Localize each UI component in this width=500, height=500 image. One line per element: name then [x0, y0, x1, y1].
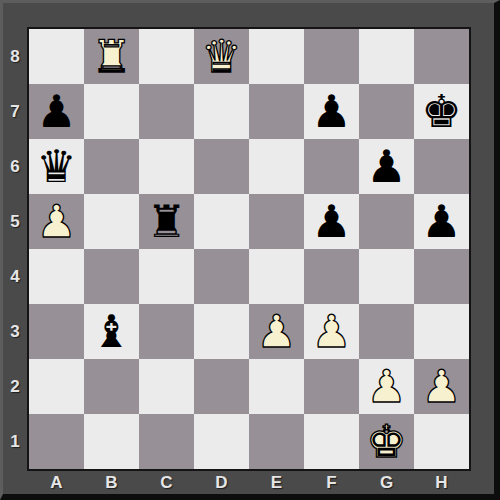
square-f6[interactable] — [304, 139, 359, 194]
square-b7[interactable] — [84, 84, 139, 139]
square-c2[interactable] — [139, 359, 194, 414]
square-h1[interactable] — [414, 414, 469, 469]
square-a6[interactable]: ♛ — [29, 139, 84, 194]
square-a8[interactable] — [29, 29, 84, 84]
square-e2[interactable] — [249, 359, 304, 414]
square-g7[interactable] — [359, 84, 414, 139]
square-f7[interactable]: ♟ — [304, 84, 359, 139]
square-f8[interactable] — [304, 29, 359, 84]
white-pawn[interactable]: ♟ — [421, 359, 461, 414]
black-pawn[interactable]: ♟ — [366, 139, 406, 194]
black-rook[interactable]: ♜ — [146, 194, 186, 249]
white-pawn[interactable]: ♟ — [256, 304, 296, 359]
rank-labels: 87654321 — [3, 29, 27, 469]
file-label-c: C — [139, 471, 194, 494]
rank-label-3: 3 — [3, 304, 27, 359]
square-f2[interactable] — [304, 359, 359, 414]
chess-diagram: 87654321 ABCDEFGH ♜♛♟♟♚♛♟♟♜♟♟♝♟♟♟♟♚ — [0, 0, 500, 500]
file-label-f: F — [304, 471, 359, 494]
square-b1[interactable] — [84, 414, 139, 469]
square-d8[interactable]: ♛ — [194, 29, 249, 84]
rank-label-1: 1 — [3, 414, 27, 469]
black-queen[interactable]: ♛ — [36, 139, 76, 194]
square-a2[interactable] — [29, 359, 84, 414]
square-d6[interactable] — [194, 139, 249, 194]
chess-board: ♜♛♟♟♚♛♟♟♜♟♟♝♟♟♟♟♚ — [27, 27, 471, 471]
black-pawn[interactable]: ♟ — [311, 194, 351, 249]
square-c8[interactable] — [139, 29, 194, 84]
black-king[interactable]: ♚ — [421, 84, 461, 139]
square-h4[interactable] — [414, 249, 469, 304]
square-c6[interactable] — [139, 139, 194, 194]
file-label-d: D — [194, 471, 249, 494]
square-e5[interactable] — [249, 194, 304, 249]
square-f3[interactable]: ♟ — [304, 304, 359, 359]
rank-label-7: 7 — [3, 84, 27, 139]
square-e4[interactable] — [249, 249, 304, 304]
file-label-a: A — [29, 471, 84, 494]
square-a1[interactable] — [29, 414, 84, 469]
square-b5[interactable] — [84, 194, 139, 249]
white-rook[interactable]: ♜ — [91, 29, 131, 84]
black-pawn[interactable]: ♟ — [421, 194, 461, 249]
square-h8[interactable] — [414, 29, 469, 84]
square-a7[interactable]: ♟ — [29, 84, 84, 139]
rank-label-6: 6 — [3, 139, 27, 194]
square-b4[interactable] — [84, 249, 139, 304]
square-f4[interactable] — [304, 249, 359, 304]
square-g5[interactable] — [359, 194, 414, 249]
square-e7[interactable] — [249, 84, 304, 139]
square-d3[interactable] — [194, 304, 249, 359]
white-pawn[interactable]: ♟ — [366, 359, 406, 414]
square-g8[interactable] — [359, 29, 414, 84]
square-c5[interactable]: ♜ — [139, 194, 194, 249]
square-a3[interactable] — [29, 304, 84, 359]
file-label-h: H — [414, 471, 469, 494]
square-g1[interactable]: ♚ — [359, 414, 414, 469]
rank-label-8: 8 — [3, 29, 27, 84]
square-d1[interactable] — [194, 414, 249, 469]
square-g2[interactable]: ♟ — [359, 359, 414, 414]
square-a4[interactable] — [29, 249, 84, 304]
square-b8[interactable]: ♜ — [84, 29, 139, 84]
rank-label-4: 4 — [3, 249, 27, 304]
square-c7[interactable] — [139, 84, 194, 139]
square-c4[interactable] — [139, 249, 194, 304]
square-b6[interactable] — [84, 139, 139, 194]
square-e8[interactable] — [249, 29, 304, 84]
square-d7[interactable] — [194, 84, 249, 139]
square-e3[interactable]: ♟ — [249, 304, 304, 359]
white-pawn[interactable]: ♟ — [36, 194, 76, 249]
square-e1[interactable] — [249, 414, 304, 469]
file-label-g: G — [359, 471, 414, 494]
square-c1[interactable] — [139, 414, 194, 469]
file-label-b: B — [84, 471, 139, 494]
square-h2[interactable]: ♟ — [414, 359, 469, 414]
file-label-e: E — [249, 471, 304, 494]
square-e6[interactable] — [249, 139, 304, 194]
white-pawn[interactable]: ♟ — [311, 304, 351, 359]
square-g3[interactable] — [359, 304, 414, 359]
square-a5[interactable]: ♟ — [29, 194, 84, 249]
black-bishop[interactable]: ♝ — [91, 304, 131, 359]
black-pawn[interactable]: ♟ — [311, 84, 351, 139]
square-c3[interactable] — [139, 304, 194, 359]
square-h5[interactable]: ♟ — [414, 194, 469, 249]
rank-label-2: 2 — [3, 359, 27, 414]
file-labels: ABCDEFGH — [29, 471, 469, 494]
square-b2[interactable] — [84, 359, 139, 414]
square-f5[interactable]: ♟ — [304, 194, 359, 249]
square-b3[interactable]: ♝ — [84, 304, 139, 359]
square-d2[interactable] — [194, 359, 249, 414]
square-g6[interactable]: ♟ — [359, 139, 414, 194]
white-king[interactable]: ♚ — [366, 414, 406, 469]
square-h6[interactable] — [414, 139, 469, 194]
square-g4[interactable] — [359, 249, 414, 304]
square-f1[interactable] — [304, 414, 359, 469]
square-h7[interactable]: ♚ — [414, 84, 469, 139]
square-d4[interactable] — [194, 249, 249, 304]
square-d5[interactable] — [194, 194, 249, 249]
square-h3[interactable] — [414, 304, 469, 359]
white-queen[interactable]: ♛ — [201, 29, 241, 84]
black-pawn[interactable]: ♟ — [36, 84, 76, 139]
rank-label-5: 5 — [3, 194, 27, 249]
